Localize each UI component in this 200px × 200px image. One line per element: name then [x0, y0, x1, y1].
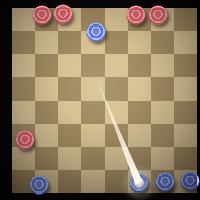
board-square-f2 — [128, 147, 151, 170]
board-square-c7 — [58, 31, 81, 54]
board-square-e1 — [105, 170, 128, 193]
board-square-h6 — [174, 54, 197, 77]
board-square-a2 — [12, 147, 35, 170]
board-square-f6 — [128, 54, 151, 77]
board-square-c2 — [58, 147, 81, 170]
red-disc-c8[interactable] — [54, 5, 73, 24]
board-square-d4 — [81, 101, 104, 124]
board-square-b5 — [35, 77, 58, 100]
board-square-b4 — [35, 101, 58, 124]
board-square-a4 — [12, 101, 35, 124]
board-square-a7 — [12, 31, 35, 54]
board-square-d2 — [81, 147, 104, 170]
board-square-c3 — [58, 124, 81, 147]
blue-disc-g1[interactable] — [156, 173, 175, 192]
blue-disc-d7[interactable] — [86, 22, 105, 41]
board-square-a5 — [12, 77, 35, 100]
red-disc-a3[interactable] — [15, 131, 34, 150]
board-square-f3 — [128, 124, 151, 147]
board-square-a6 — [12, 54, 35, 77]
board-square-b2 — [35, 147, 58, 170]
board-square-b3 — [35, 124, 58, 147]
board-square-h7 — [174, 31, 197, 54]
board-square-c6 — [58, 54, 81, 77]
board-square-e2 — [105, 147, 128, 170]
blue-disc-f1[interactable] — [130, 174, 149, 193]
board-square-d6 — [81, 54, 104, 77]
board-square-e3 — [105, 124, 128, 147]
board-square-d3 — [81, 124, 104, 147]
board-squares — [12, 8, 197, 193]
board-square-c5 — [58, 77, 81, 100]
board-square-g4 — [151, 101, 174, 124]
board-square-e7 — [105, 31, 128, 54]
red-disc-b8[interactable] — [32, 6, 51, 25]
board-square-f4 — [128, 101, 151, 124]
board-square-e6 — [105, 54, 128, 77]
board-square-f7 — [128, 31, 151, 54]
board-square-c4 — [58, 101, 81, 124]
board-square-h3 — [174, 124, 197, 147]
board-square-f5 — [128, 77, 151, 100]
board-square-e8 — [105, 8, 128, 31]
red-disc-g8[interactable] — [149, 6, 168, 25]
board-square-e4 — [105, 101, 128, 124]
board-square-g7 — [151, 31, 174, 54]
board-square-h2 — [174, 147, 197, 170]
board-square-b6 — [35, 54, 58, 77]
board-square-d1 — [81, 170, 104, 193]
board-square-b7 — [35, 31, 58, 54]
board-square-h4 — [174, 101, 197, 124]
red-disc-f8[interactable] — [127, 6, 146, 25]
board-square-g3 — [151, 124, 174, 147]
board-square-h8 — [174, 8, 197, 31]
game-canvas — [0, 0, 200, 200]
checkers-board[interactable] — [12, 8, 197, 193]
blue-disc-b1[interactable] — [30, 176, 49, 195]
board-square-e5 — [105, 77, 128, 100]
board-square-d5 — [81, 77, 104, 100]
board-square-g6 — [151, 54, 174, 77]
blue-disc-h1[interactable] — [181, 172, 200, 191]
board-square-h5 — [174, 77, 197, 100]
board-square-c1 — [58, 170, 81, 193]
board-square-g2 — [151, 147, 174, 170]
board-square-g5 — [151, 77, 174, 100]
